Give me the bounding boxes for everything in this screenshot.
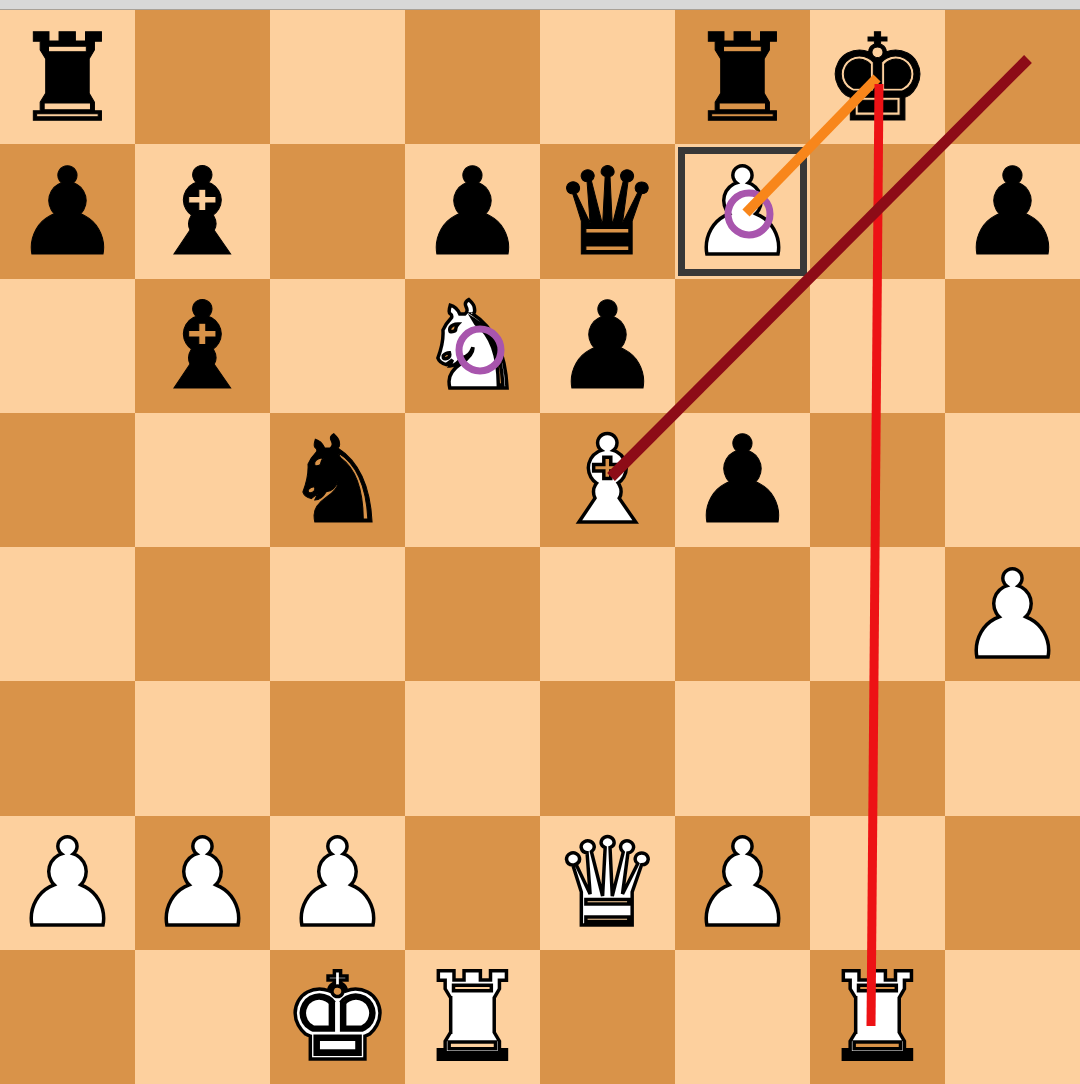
square-g8[interactable]: ♚ — [810, 10, 945, 144]
square-f4[interactable] — [675, 547, 810, 681]
square-b4[interactable] — [135, 547, 270, 681]
square-f2[interactable]: ♟ — [675, 816, 810, 950]
square-f6[interactable] — [675, 279, 810, 413]
square-f7[interactable]: ♟ — [675, 144, 810, 278]
square-d7[interactable]: ♟ — [405, 144, 540, 278]
piece-white-pawn[interactable]: ♟ — [283, 823, 391, 944]
square-c6[interactable] — [270, 279, 405, 413]
square-c2[interactable]: ♟ — [270, 816, 405, 950]
piece-black-pawn[interactable]: ♟ — [958, 152, 1066, 273]
square-e6[interactable]: ♟ — [540, 279, 675, 413]
square-e1[interactable] — [540, 950, 675, 1084]
square-g3[interactable] — [810, 681, 945, 815]
piece-black-queen[interactable]: ♛ — [553, 152, 661, 273]
square-h2[interactable] — [945, 816, 1080, 950]
piece-white-pawn[interactable]: ♟ — [958, 555, 1066, 676]
square-g1[interactable]: ♜ — [810, 950, 945, 1084]
square-c8[interactable] — [270, 10, 405, 144]
square-h7[interactable]: ♟ — [945, 144, 1080, 278]
square-f8[interactable]: ♜ — [675, 10, 810, 144]
square-g2[interactable] — [810, 816, 945, 950]
square-f5[interactable]: ♟ — [675, 413, 810, 547]
square-e3[interactable] — [540, 681, 675, 815]
square-d3[interactable] — [405, 681, 540, 815]
piece-black-pawn[interactable]: ♟ — [418, 152, 526, 273]
piece-black-pawn[interactable]: ♟ — [553, 286, 661, 407]
square-f3[interactable] — [675, 681, 810, 815]
square-c3[interactable] — [270, 681, 405, 815]
square-d8[interactable] — [405, 10, 540, 144]
square-a3[interactable] — [0, 681, 135, 815]
square-a1[interactable] — [0, 950, 135, 1084]
square-b6[interactable]: ♝ — [135, 279, 270, 413]
square-a8[interactable]: ♜ — [0, 10, 135, 144]
square-b3[interactable] — [135, 681, 270, 815]
piece-black-pawn[interactable]: ♟ — [13, 152, 121, 273]
square-d1[interactable]: ♜ — [405, 950, 540, 1084]
piece-black-rook[interactable]: ♜ — [688, 18, 796, 139]
piece-black-bishop[interactable]: ♝ — [148, 286, 256, 407]
square-h3[interactable] — [945, 681, 1080, 815]
piece-black-king[interactable]: ♚ — [823, 18, 931, 139]
piece-white-pawn[interactable]: ♟ — [148, 823, 256, 944]
square-a7[interactable]: ♟ — [0, 144, 135, 278]
piece-white-rook[interactable]: ♜ — [418, 957, 526, 1078]
square-f1[interactable] — [675, 950, 810, 1084]
square-c5[interactable]: ♞ — [270, 413, 405, 547]
square-c4[interactable] — [270, 547, 405, 681]
chess-board: ♜♜♚♟♝♟♛♟♟♝♞♟♞♝♟♟♟♟♟♛♟♚♜♜ — [0, 10, 1080, 1084]
square-d6[interactable]: ♞ — [405, 279, 540, 413]
chess-app-screen: ♜♜♚♟♝♟♛♟♟♝♞♟♞♝♟♟♟♟♟♛♟♚♜♜ — [0, 0, 1080, 1084]
square-h1[interactable] — [945, 950, 1080, 1084]
square-a2[interactable]: ♟ — [0, 816, 135, 950]
square-e2[interactable]: ♛ — [540, 816, 675, 950]
square-a5[interactable] — [0, 413, 135, 547]
square-g7[interactable] — [810, 144, 945, 278]
piece-white-pawn[interactable]: ♟ — [688, 152, 796, 273]
square-g6[interactable] — [810, 279, 945, 413]
piece-black-knight[interactable]: ♞ — [283, 420, 391, 541]
square-b7[interactable]: ♝ — [135, 144, 270, 278]
square-h5[interactable] — [945, 413, 1080, 547]
square-c7[interactable] — [270, 144, 405, 278]
piece-white-knight[interactable]: ♞ — [418, 286, 526, 407]
square-e8[interactable] — [540, 10, 675, 144]
piece-white-bishop[interactable]: ♝ — [553, 420, 661, 541]
square-b1[interactable] — [135, 950, 270, 1084]
square-d4[interactable] — [405, 547, 540, 681]
square-g4[interactable] — [810, 547, 945, 681]
piece-white-rook[interactable]: ♜ — [823, 957, 931, 1078]
square-h4[interactable]: ♟ — [945, 547, 1080, 681]
piece-black-bishop[interactable]: ♝ — [148, 152, 256, 273]
square-d2[interactable] — [405, 816, 540, 950]
piece-white-king[interactable]: ♚ — [283, 957, 391, 1078]
square-h8[interactable] — [945, 10, 1080, 144]
square-d5[interactable] — [405, 413, 540, 547]
piece-black-pawn[interactable]: ♟ — [688, 420, 796, 541]
piece-white-pawn[interactable]: ♟ — [13, 823, 121, 944]
square-h6[interactable] — [945, 279, 1080, 413]
square-e5[interactable]: ♝ — [540, 413, 675, 547]
square-g5[interactable] — [810, 413, 945, 547]
square-b5[interactable] — [135, 413, 270, 547]
piece-black-rook[interactable]: ♜ — [13, 18, 121, 139]
square-a6[interactable] — [0, 279, 135, 413]
piece-white-queen[interactable]: ♛ — [553, 823, 661, 944]
square-c1[interactable]: ♚ — [270, 950, 405, 1084]
piece-white-pawn[interactable]: ♟ — [688, 823, 796, 944]
square-a4[interactable] — [0, 547, 135, 681]
square-b2[interactable]: ♟ — [135, 816, 270, 950]
square-e4[interactable] — [540, 547, 675, 681]
square-b8[interactable] — [135, 10, 270, 144]
square-e7[interactable]: ♛ — [540, 144, 675, 278]
